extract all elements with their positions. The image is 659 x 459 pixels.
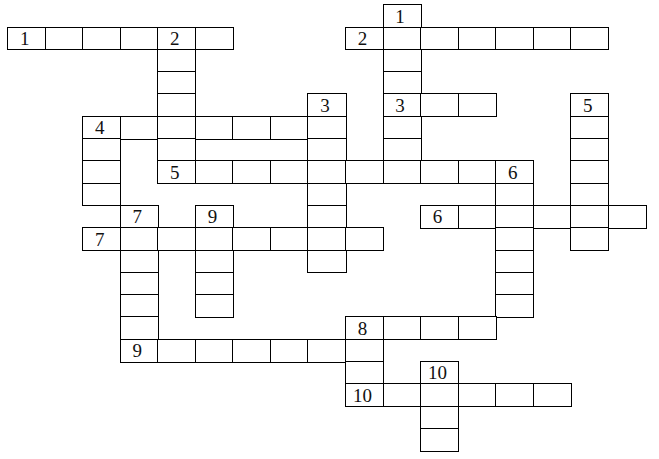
grid-cell[interactable] xyxy=(383,71,422,95)
grid-cell[interactable] xyxy=(195,27,234,51)
grid-cell[interactable] xyxy=(533,27,572,51)
grid-cell[interactable]: 2 xyxy=(345,27,384,51)
grid-cell[interactable] xyxy=(82,160,121,184)
grid-cell[interactable] xyxy=(458,27,497,51)
grid-cell[interactable] xyxy=(270,227,309,251)
grid-cell[interactable] xyxy=(420,316,459,340)
grid-cell[interactable] xyxy=(307,116,346,140)
grid-cell[interactable] xyxy=(458,160,497,184)
cell-number: 10 xyxy=(428,363,451,382)
grid-cell[interactable]: 3 xyxy=(383,93,422,117)
grid-cell[interactable]: 6 xyxy=(420,205,459,229)
grid-cell[interactable] xyxy=(232,160,271,184)
cell-number: 9 xyxy=(208,207,222,226)
grid-cell[interactable]: 5 xyxy=(157,160,196,184)
grid-cell[interactable] xyxy=(420,93,459,117)
grid-cell[interactable] xyxy=(420,428,459,452)
page: 11223354567967891010 xyxy=(0,0,659,459)
grid-cell[interactable] xyxy=(120,294,159,318)
cell-number: 9 xyxy=(133,341,147,360)
cell-number: 2 xyxy=(170,29,184,48)
crossword-grid: 11223354567967891010 xyxy=(0,0,659,459)
grid-cell[interactable] xyxy=(420,27,459,51)
cell-number: 5 xyxy=(583,96,597,115)
grid-cell[interactable] xyxy=(458,316,497,340)
grid-cell[interactable] xyxy=(307,138,346,162)
cell-number: 1 xyxy=(20,29,34,48)
grid-cell[interactable]: 3 xyxy=(307,93,346,117)
grid-cell[interactable] xyxy=(570,116,609,140)
cell-number: 6 xyxy=(433,207,447,226)
cell-number: 2 xyxy=(358,29,372,48)
grid-cell[interactable] xyxy=(383,27,422,51)
grid-cell[interactable] xyxy=(157,138,196,162)
grid-cell[interactable] xyxy=(195,339,234,363)
grid-cell[interactable]: 1 xyxy=(383,4,422,28)
grid-cell[interactable] xyxy=(420,406,459,430)
grid-cell[interactable] xyxy=(232,227,271,251)
grid-cell[interactable] xyxy=(495,183,534,207)
grid-cell[interactable]: 8 xyxy=(345,316,384,340)
cell-number: 6 xyxy=(508,163,522,182)
grid-cell[interactable] xyxy=(157,71,196,95)
grid-cell[interactable]: 9 xyxy=(195,205,234,229)
grid-cell[interactable] xyxy=(270,116,309,140)
grid-cell[interactable] xyxy=(570,227,609,251)
grid-cell[interactable]: 6 xyxy=(495,160,534,184)
cell-number: 3 xyxy=(395,96,409,115)
grid-cell[interactable] xyxy=(157,339,196,363)
grid-cell[interactable] xyxy=(420,383,459,407)
grid-cell[interactable] xyxy=(157,116,196,140)
cell-number: 1 xyxy=(395,7,409,26)
grid-cell[interactable] xyxy=(120,227,159,251)
grid-cell[interactable] xyxy=(120,27,159,51)
cell-number: 7 xyxy=(95,230,109,249)
cell-number: 10 xyxy=(353,386,376,405)
grid-cell[interactable] xyxy=(82,138,121,162)
grid-cell[interactable] xyxy=(458,93,497,117)
grid-cell[interactable] xyxy=(45,27,84,51)
grid-cell[interactable] xyxy=(82,183,121,207)
grid-cell[interactable] xyxy=(383,316,422,340)
grid-cell[interactable] xyxy=(495,27,534,51)
grid-cell[interactable]: 5 xyxy=(570,93,609,117)
grid-cell[interactable] xyxy=(345,339,384,363)
grid-cell[interactable] xyxy=(120,116,159,140)
grid-cell[interactable] xyxy=(608,205,647,229)
grid-cell[interactable] xyxy=(495,272,534,296)
grid-cell[interactable] xyxy=(383,116,422,140)
grid-cell[interactable]: 2 xyxy=(157,27,196,51)
grid-cell[interactable]: 4 xyxy=(82,116,121,140)
grid-cell[interactable] xyxy=(195,294,234,318)
grid-cell[interactable] xyxy=(383,160,422,184)
grid-cell[interactable] xyxy=(232,339,271,363)
grid-cell[interactable] xyxy=(383,138,422,162)
cell-number: 3 xyxy=(320,96,334,115)
grid-cell[interactable]: 9 xyxy=(120,339,159,363)
cell-number: 5 xyxy=(170,163,184,182)
grid-cell[interactable] xyxy=(570,183,609,207)
grid-cell[interactable] xyxy=(495,227,534,251)
grid-cell[interactable] xyxy=(533,383,572,407)
grid-cell[interactable]: 7 xyxy=(120,205,159,229)
grid-cell[interactable] xyxy=(307,227,346,251)
cell-number: 7 xyxy=(133,207,147,226)
grid-cell[interactable] xyxy=(495,294,534,318)
cell-number: 8 xyxy=(358,319,372,338)
grid-cell[interactable] xyxy=(307,250,346,274)
grid-cell[interactable] xyxy=(570,27,609,51)
grid-cell[interactable] xyxy=(157,49,196,73)
grid-cell[interactable] xyxy=(458,205,497,229)
grid-cell[interactable] xyxy=(307,205,346,229)
grid-cell[interactable] xyxy=(345,361,384,385)
grid-cell[interactable] xyxy=(495,383,534,407)
grid-cell[interactable]: 7 xyxy=(82,227,121,251)
grid-cell[interactable]: 10 xyxy=(345,383,384,407)
grid-cell[interactable] xyxy=(307,160,346,184)
grid-cell[interactable] xyxy=(195,272,234,296)
grid-cell[interactable] xyxy=(270,339,309,363)
grid-cell[interactable] xyxy=(120,316,159,340)
grid-cell[interactable]: 10 xyxy=(420,361,459,385)
grid-cell[interactable] xyxy=(270,160,309,184)
grid-cell[interactable] xyxy=(383,383,422,407)
grid-cell[interactable] xyxy=(420,160,459,184)
grid-cell[interactable] xyxy=(307,183,346,207)
grid-cell[interactable] xyxy=(82,27,121,51)
grid-cell[interactable] xyxy=(195,116,234,140)
grid-cell[interactable] xyxy=(495,250,534,274)
grid-cell[interactable] xyxy=(195,227,234,251)
grid-cell[interactable] xyxy=(495,205,534,229)
grid-cell[interactable] xyxy=(232,116,271,140)
cell-number: 4 xyxy=(95,118,109,137)
grid-cell[interactable] xyxy=(570,205,609,229)
grid-cell[interactable] xyxy=(533,205,572,229)
grid-cell[interactable] xyxy=(458,383,497,407)
grid-cell[interactable] xyxy=(345,160,384,184)
grid-cell[interactable] xyxy=(195,250,234,274)
grid-cell[interactable] xyxy=(120,272,159,296)
grid-cell[interactable] xyxy=(570,138,609,162)
grid-cell[interactable] xyxy=(120,250,159,274)
grid-cell[interactable] xyxy=(345,227,384,251)
grid-cell[interactable] xyxy=(307,339,346,363)
grid-cell[interactable] xyxy=(195,160,234,184)
grid-cell[interactable] xyxy=(157,93,196,117)
grid-cell[interactable]: 1 xyxy=(7,27,46,51)
grid-cell[interactable] xyxy=(157,227,196,251)
grid-cell[interactable] xyxy=(383,49,422,73)
grid-cell[interactable] xyxy=(570,160,609,184)
